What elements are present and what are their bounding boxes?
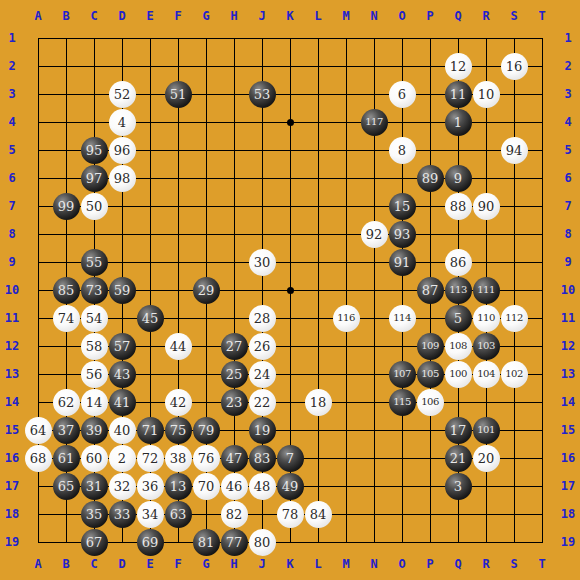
row-label-13: 13 — [0, 360, 24, 388]
stone-white-Q7[interactable]: 88 — [445, 193, 472, 220]
stone-white-D15[interactable]: 40 — [109, 417, 136, 444]
stone-white-B14[interactable]: 62 — [53, 389, 80, 416]
stone-black-Q11[interactable]: 5 — [445, 305, 472, 332]
stone-white-Q13[interactable]: 100 — [445, 361, 472, 388]
stone-black-B17[interactable]: 65 — [53, 473, 80, 500]
stone-black-P12[interactable]: 109 — [417, 333, 444, 360]
stone-white-A15[interactable]: 64 — [25, 417, 52, 444]
stone-black-B7[interactable]: 99 — [53, 193, 80, 220]
row-label-7: 7 — [0, 192, 24, 220]
row-label-10: 10 — [0, 276, 24, 304]
stone-white-R16[interactable]: 20 — [473, 445, 500, 472]
row-label-4: 4 — [0, 108, 24, 136]
stone-white-S2[interactable]: 16 — [501, 53, 528, 80]
row-label-12: 12 — [0, 332, 24, 360]
stone-black-E15[interactable]: 71 — [137, 417, 164, 444]
stone-white-C13[interactable]: 56 — [81, 361, 108, 388]
stone-white-J11[interactable]: 28 — [249, 305, 276, 332]
stone-white-C12[interactable]: 58 — [81, 333, 108, 360]
stone-white-E18[interactable]: 34 — [137, 501, 164, 528]
stone-white-C16[interactable]: 60 — [81, 445, 108, 472]
stone-black-Q15[interactable]: 17 — [445, 417, 472, 444]
stone-black-O9[interactable]: 91 — [389, 249, 416, 276]
row-label-9: 9 — [0, 248, 24, 276]
stone-black-Q17[interactable]: 3 — [445, 473, 472, 500]
stone-black-H19[interactable]: 77 — [221, 529, 248, 556]
row-label-19: 19 — [0, 528, 24, 556]
row-label-6: 6 — [556, 164, 580, 192]
row-label-16: 16 — [556, 444, 580, 472]
stone-black-O7[interactable]: 15 — [389, 193, 416, 220]
row-label-18: 18 — [0, 500, 24, 528]
stone-white-Q12[interactable]: 108 — [445, 333, 472, 360]
row-label-1: 1 — [0, 24, 24, 52]
row-label-17: 17 — [556, 472, 580, 500]
row-label-11: 11 — [0, 304, 24, 332]
row-label-4: 4 — [556, 108, 580, 136]
stone-white-S5[interactable]: 94 — [501, 137, 528, 164]
stone-black-F15[interactable]: 75 — [165, 417, 192, 444]
stone-white-H17[interactable]: 46 — [221, 473, 248, 500]
stone-white-J13[interactable]: 24 — [249, 361, 276, 388]
stone-white-D6[interactable]: 98 — [109, 165, 136, 192]
row-label-17: 17 — [0, 472, 24, 500]
stone-white-C14[interactable]: 14 — [81, 389, 108, 416]
stone-black-J3[interactable]: 53 — [249, 81, 276, 108]
stone-black-Q10[interactable]: 113 — [445, 277, 472, 304]
row-label-2: 2 — [556, 52, 580, 80]
row-label-9: 9 — [556, 248, 580, 276]
stone-black-C6[interactable]: 97 — [81, 165, 108, 192]
stone-black-P6[interactable]: 89 — [417, 165, 444, 192]
stone-black-G10[interactable]: 29 — [193, 277, 220, 304]
stone-white-A16[interactable]: 68 — [25, 445, 52, 472]
stone-white-R11[interactable]: 110 — [473, 305, 500, 332]
stone-white-O11[interactable]: 114 — [389, 305, 416, 332]
stone-black-E19[interactable]: 69 — [137, 529, 164, 556]
stone-black-Q16[interactable]: 21 — [445, 445, 472, 472]
stone-black-B16[interactable]: 61 — [53, 445, 80, 472]
stone-white-D17[interactable]: 32 — [109, 473, 136, 500]
row-label-12: 12 — [556, 332, 580, 360]
stone-black-D13[interactable]: 43 — [109, 361, 136, 388]
stone-black-H12[interactable]: 27 — [221, 333, 248, 360]
stone-white-Q2[interactable]: 12 — [445, 53, 472, 80]
row-label-15: 15 — [0, 416, 24, 444]
stone-white-Q9[interactable]: 86 — [445, 249, 472, 276]
stone-white-O5[interactable]: 8 — [389, 137, 416, 164]
stone-white-S13[interactable]: 102 — [501, 361, 528, 388]
stone-white-P14[interactable]: 106 — [417, 389, 444, 416]
stone-black-C10[interactable]: 73 — [81, 277, 108, 304]
stone-black-J16[interactable]: 83 — [249, 445, 276, 472]
row-label-15: 15 — [556, 416, 580, 444]
stone-white-N8[interactable]: 92 — [361, 221, 388, 248]
go-board: ABCDEFGHJKLMNOPQRST 12345678910111213141… — [0, 0, 580, 580]
stone-black-H16[interactable]: 47 — [221, 445, 248, 472]
stones-layer: 1234567891011121314151617181920212223242… — [24, 24, 556, 556]
stone-black-G19[interactable]: 81 — [193, 529, 220, 556]
stone-black-R12[interactable]: 103 — [473, 333, 500, 360]
row-label-14: 14 — [556, 388, 580, 416]
stone-white-C7[interactable]: 50 — [81, 193, 108, 220]
stone-white-J19[interactable]: 80 — [249, 529, 276, 556]
stone-white-L18[interactable]: 84 — [305, 501, 332, 528]
stone-black-O13[interactable]: 107 — [389, 361, 416, 388]
stone-white-F16[interactable]: 38 — [165, 445, 192, 472]
stone-white-J14[interactable]: 22 — [249, 389, 276, 416]
stone-black-J15[interactable]: 19 — [249, 417, 276, 444]
stone-white-R7[interactable]: 90 — [473, 193, 500, 220]
stone-black-O14[interactable]: 115 — [389, 389, 416, 416]
stone-black-C18[interactable]: 35 — [81, 501, 108, 528]
stone-white-J12[interactable]: 26 — [249, 333, 276, 360]
stone-white-E17[interactable]: 36 — [137, 473, 164, 500]
stone-white-S11[interactable]: 112 — [501, 305, 528, 332]
stone-black-K17[interactable]: 49 — [277, 473, 304, 500]
row-label-18: 18 — [556, 500, 580, 528]
stone-white-L14[interactable]: 18 — [305, 389, 332, 416]
row-label-11: 11 — [556, 304, 580, 332]
stone-white-E16[interactable]: 72 — [137, 445, 164, 472]
row-label-16: 16 — [0, 444, 24, 472]
stone-black-H13[interactable]: 25 — [221, 361, 248, 388]
stone-black-C17[interactable]: 31 — [81, 473, 108, 500]
row-label-1: 1 — [556, 24, 580, 52]
stone-black-F18[interactable]: 63 — [165, 501, 192, 528]
row-label-2: 2 — [0, 52, 24, 80]
row-label-3: 3 — [0, 80, 24, 108]
stone-black-K16[interactable]: 7 — [277, 445, 304, 472]
stone-black-R10[interactable]: 111 — [473, 277, 500, 304]
stone-black-B15[interactable]: 37 — [53, 417, 80, 444]
stone-white-R3[interactable]: 10 — [473, 81, 500, 108]
stone-black-G15[interactable]: 79 — [193, 417, 220, 444]
stone-black-Q6[interactable]: 9 — [445, 165, 472, 192]
stone-black-C9[interactable]: 55 — [81, 249, 108, 276]
stone-white-D16[interactable]: 2 — [109, 445, 136, 472]
stone-black-Q3[interactable]: 11 — [445, 81, 472, 108]
stone-black-D12[interactable]: 57 — [109, 333, 136, 360]
stone-black-F3[interactable]: 51 — [165, 81, 192, 108]
stone-white-J17[interactable]: 48 — [249, 473, 276, 500]
stone-black-P10[interactable]: 87 — [417, 277, 444, 304]
row-label-14: 14 — [0, 388, 24, 416]
stone-white-D5[interactable]: 96 — [109, 137, 136, 164]
row-label-10: 10 — [556, 276, 580, 304]
stone-white-D4[interactable]: 4 — [109, 109, 136, 136]
stone-black-C5[interactable]: 95 — [81, 137, 108, 164]
row-label-19: 19 — [556, 528, 580, 556]
row-label-3: 3 — [556, 80, 580, 108]
stone-white-B11[interactable]: 74 — [53, 305, 80, 332]
stone-black-Q4[interactable]: 1 — [445, 109, 472, 136]
stone-white-H18[interactable]: 82 — [221, 501, 248, 528]
stone-black-C15[interactable]: 39 — [81, 417, 108, 444]
row-label-8: 8 — [556, 220, 580, 248]
row-label-13: 13 — [556, 360, 580, 388]
stone-black-R15[interactable]: 101 — [473, 417, 500, 444]
stone-white-F14[interactable]: 42 — [165, 389, 192, 416]
stone-black-D10[interactable]: 59 — [109, 277, 136, 304]
stone-white-K18[interactable]: 78 — [277, 501, 304, 528]
row-labels-right: 12345678910111213141516171819 — [556, 24, 580, 556]
stone-white-D3[interactable]: 52 — [109, 81, 136, 108]
stone-black-E11[interactable]: 45 — [137, 305, 164, 332]
row-label-6: 6 — [0, 164, 24, 192]
row-label-7: 7 — [556, 192, 580, 220]
stone-black-P13[interactable]: 105 — [417, 361, 444, 388]
stone-black-B10[interactable]: 85 — [53, 277, 80, 304]
stone-white-J9[interactable]: 30 — [249, 249, 276, 276]
row-labels-left: 12345678910111213141516171819 — [0, 24, 24, 556]
stone-black-C19[interactable]: 67 — [81, 529, 108, 556]
stone-white-C11[interactable]: 54 — [81, 305, 108, 332]
stone-black-D14[interactable]: 41 — [109, 389, 136, 416]
stone-white-G17[interactable]: 70 — [193, 473, 220, 500]
stone-white-F12[interactable]: 44 — [165, 333, 192, 360]
row-label-5: 5 — [556, 136, 580, 164]
stone-black-F17[interactable]: 13 — [165, 473, 192, 500]
stone-white-O3[interactable]: 6 — [389, 81, 416, 108]
stone-black-N4[interactable]: 117 — [361, 109, 388, 136]
stone-black-H14[interactable]: 23 — [221, 389, 248, 416]
stone-white-G16[interactable]: 76 — [193, 445, 220, 472]
stone-black-O8[interactable]: 93 — [389, 221, 416, 248]
stone-white-R13[interactable]: 104 — [473, 361, 500, 388]
stone-black-D18[interactable]: 33 — [109, 501, 136, 528]
row-label-5: 5 — [0, 136, 24, 164]
row-label-8: 8 — [0, 220, 24, 248]
stone-white-M11[interactable]: 116 — [333, 305, 360, 332]
